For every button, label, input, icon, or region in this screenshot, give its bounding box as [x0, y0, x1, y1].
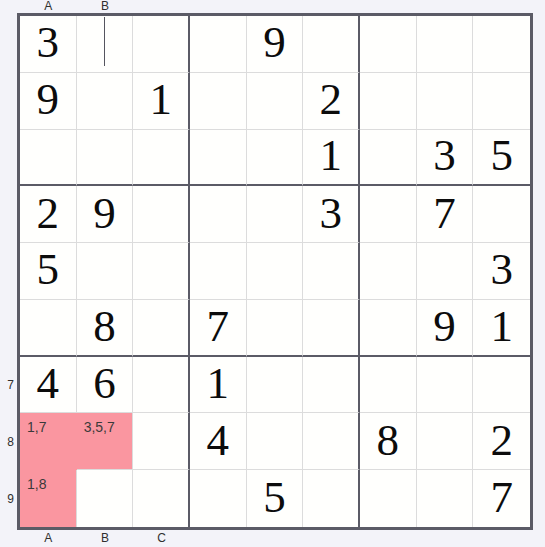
cell-C6[interactable] — [133, 300, 190, 357]
col-label-top-A: A — [44, 0, 52, 13]
cell-F1[interactable] — [303, 16, 360, 73]
cell-E6[interactable] — [247, 300, 304, 357]
cell-A4[interactable]: 2 — [20, 186, 77, 243]
cell-D7[interactable]: 1 — [190, 357, 247, 414]
cell-B8[interactable]: 3,5,7 — [77, 413, 134, 470]
digit-A7: 4 — [37, 361, 60, 406]
cell-I7[interactable] — [473, 357, 530, 414]
cell-I5[interactable]: 3 — [473, 243, 530, 300]
cell-E7[interactable] — [247, 357, 304, 414]
cell-G2[interactable] — [360, 73, 417, 130]
cell-H2[interactable] — [417, 73, 474, 130]
cell-B2[interactable] — [77, 73, 134, 130]
cell-A9[interactable]: 1,8 — [20, 470, 77, 527]
cell-I6[interactable]: 1 — [473, 300, 530, 357]
cell-H7[interactable] — [417, 357, 474, 414]
row-label-left-8: 8 — [2, 435, 14, 448]
cell-A2[interactable]: 9 — [20, 73, 77, 130]
row-label-left-7: 7 — [2, 379, 14, 392]
cell-A8[interactable]: 1,7 — [20, 413, 77, 470]
cell-B1[interactable] — [77, 16, 134, 73]
cell-C2[interactable]: 1 — [133, 73, 190, 130]
cell-H4[interactable]: 7 — [417, 186, 474, 243]
cell-F4[interactable]: 3 — [303, 186, 360, 243]
cell-F6[interactable] — [303, 300, 360, 357]
digit-H6: 9 — [433, 304, 456, 349]
cell-H1[interactable] — [417, 16, 474, 73]
cell-D3[interactable] — [190, 130, 247, 187]
cell-A1[interactable]: 3 — [20, 16, 77, 73]
digit-H4: 7 — [433, 191, 456, 236]
digit-I9: 7 — [490, 475, 513, 520]
cell-B9[interactable] — [77, 470, 134, 527]
cell-E2[interactable] — [247, 73, 304, 130]
cell-C7[interactable] — [133, 357, 190, 414]
cell-C4[interactable] — [133, 186, 190, 243]
cell-F2[interactable]: 2 — [303, 73, 360, 130]
digit-B7: 6 — [93, 361, 116, 406]
cell-E3[interactable] — [247, 130, 304, 187]
cell-H8[interactable] — [417, 413, 474, 470]
cell-E9[interactable]: 5 — [247, 470, 304, 527]
cell-A3[interactable] — [20, 130, 77, 187]
cell-H3[interactable]: 3 — [417, 130, 474, 187]
digit-D8: 4 — [207, 418, 230, 463]
row-label-left-9: 9 — [2, 492, 14, 505]
cell-A5[interactable]: 5 — [20, 243, 77, 300]
cell-G4[interactable] — [360, 186, 417, 243]
cell-F3[interactable]: 1 — [303, 130, 360, 187]
digit-E9: 5 — [263, 475, 286, 520]
digit-A2: 9 — [37, 77, 60, 122]
cell-F5[interactable] — [303, 243, 360, 300]
pencil-marks-B8: 3,5,7 — [84, 419, 115, 435]
cell-B7[interactable]: 6 — [77, 357, 134, 414]
cell-E4[interactable] — [247, 186, 304, 243]
cell-D8[interactable]: 4 — [190, 413, 247, 470]
cell-A7[interactable]: 4 — [20, 357, 77, 414]
cell-C8[interactable] — [133, 413, 190, 470]
digit-I8: 2 — [490, 418, 513, 463]
digit-H3: 3 — [433, 133, 456, 178]
digit-I5: 3 — [490, 247, 513, 292]
col-label-bottom-C: C — [157, 532, 166, 545]
cell-C5[interactable] — [133, 243, 190, 300]
cell-G7[interactable] — [360, 357, 417, 414]
cell-E8[interactable] — [247, 413, 304, 470]
cell-D5[interactable] — [190, 243, 247, 300]
cell-B3[interactable] — [77, 130, 134, 187]
cell-I1[interactable] — [473, 16, 530, 73]
cell-D2[interactable] — [190, 73, 247, 130]
sudoku-app-screen: 3991213529375387914611,73,5,74821,857 AB… — [0, 0, 545, 547]
digit-A1: 3 — [37, 20, 60, 65]
cell-E5[interactable] — [247, 243, 304, 300]
digit-F2: 2 — [319, 77, 342, 122]
cell-I3[interactable]: 5 — [473, 130, 530, 187]
cell-D1[interactable] — [190, 16, 247, 73]
cell-F7[interactable] — [303, 357, 360, 414]
digit-A4: 2 — [37, 191, 60, 236]
cell-F9[interactable] — [303, 470, 360, 527]
cell-F8[interactable] — [303, 413, 360, 470]
digit-B6: 8 — [93, 304, 116, 349]
cell-D4[interactable] — [190, 186, 247, 243]
cell-B6[interactable]: 8 — [77, 300, 134, 357]
col-label-bottom-A: A — [44, 532, 52, 545]
cell-I9[interactable]: 7 — [473, 470, 530, 527]
col-label-bottom-B: B — [101, 532, 109, 545]
cell-G8[interactable]: 8 — [360, 413, 417, 470]
col-label-top-B: B — [101, 0, 109, 13]
cell-G5[interactable] — [360, 243, 417, 300]
digit-E1: 9 — [263, 20, 286, 65]
digit-D7: 1 — [207, 361, 230, 406]
digit-B4: 9 — [93, 191, 116, 236]
cell-B5[interactable] — [77, 243, 134, 300]
digit-A5: 5 — [37, 247, 60, 292]
cell-E1[interactable]: 9 — [247, 16, 304, 73]
cell-C3[interactable] — [133, 130, 190, 187]
cell-H5[interactable] — [417, 243, 474, 300]
digit-I6: 1 — [490, 304, 513, 349]
cell-I4[interactable] — [473, 186, 530, 243]
cell-H6[interactable]: 9 — [417, 300, 474, 357]
sudoku-board: 3991213529375387914611,73,5,74821,857 — [17, 13, 533, 530]
digit-D6: 7 — [207, 304, 230, 349]
cell-D6[interactable]: 7 — [190, 300, 247, 357]
cell-C1[interactable] — [133, 16, 190, 73]
cell-H9[interactable] — [417, 470, 474, 527]
digit-I3: 5 — [490, 133, 513, 178]
text-cursor — [104, 17, 105, 66]
cell-A6[interactable] — [20, 300, 77, 357]
cell-G6[interactable] — [360, 300, 417, 357]
cell-G3[interactable] — [360, 130, 417, 187]
cell-I8[interactable]: 2 — [473, 413, 530, 470]
pencil-marks-A8: 1,7 — [27, 419, 46, 435]
cell-I2[interactable] — [473, 73, 530, 130]
cell-G9[interactable] — [360, 470, 417, 527]
cell-G1[interactable] — [360, 16, 417, 73]
digit-C2: 1 — [149, 77, 172, 122]
digit-F3: 1 — [319, 133, 342, 178]
cell-C9[interactable] — [133, 470, 190, 527]
cell-D9[interactable] — [190, 470, 247, 527]
digit-G8: 8 — [377, 418, 400, 463]
digit-F4: 3 — [319, 191, 342, 236]
pencil-marks-A9: 1,8 — [27, 476, 46, 492]
cell-B4[interactable]: 9 — [77, 186, 134, 243]
